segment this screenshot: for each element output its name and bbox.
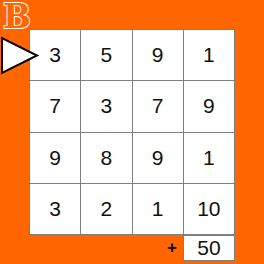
- grid-cell-r4c4[interactable]: 10: [184, 184, 234, 234]
- grid-cell-r1c3[interactable]: 9: [133, 30, 183, 80]
- grid-cell-r1c2[interactable]: 5: [81, 30, 131, 80]
- grid-cell-r3c3[interactable]: 9: [133, 133, 183, 183]
- grid-cell-r2c4[interactable]: 9: [184, 81, 234, 131]
- total-value: 50: [197, 236, 220, 260]
- grid-cell-r4c3[interactable]: 1: [133, 184, 183, 234]
- grid-cell-r3c2[interactable]: 8: [81, 133, 131, 183]
- grid-cell-r2c2[interactable]: 3: [81, 81, 131, 131]
- grid-cell-r2c1[interactable]: 7: [30, 81, 80, 131]
- grid-cell-r4c2[interactable]: 2: [81, 184, 131, 234]
- total-box: 50: [183, 235, 235, 261]
- number-grid: 3 5 9 1 7 3 7 9 9 8 9 1 3 2 1 10: [29, 29, 235, 235]
- row-marker-icon: [0, 36, 40, 78]
- grid-cell-r3c4[interactable]: 1: [184, 133, 234, 183]
- plus-operator: +: [163, 235, 181, 261]
- grid-cell-r3c1[interactable]: 9: [30, 133, 80, 183]
- grid-cell-r1c4[interactable]: 1: [184, 30, 234, 80]
- grid-cell-r2c3[interactable]: 7: [133, 81, 183, 131]
- grid-cell-r4c1[interactable]: 3: [30, 184, 80, 234]
- logo-letter: B: [3, 0, 31, 34]
- game-screen: B 3 5 9 1 7 3 7 9 9 8 9 1 3 2 1 10 + 50: [0, 0, 264, 264]
